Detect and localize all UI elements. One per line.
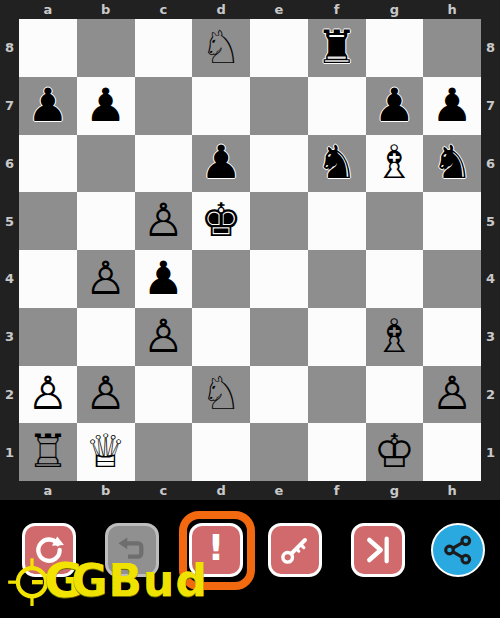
square-c1[interactable] [135, 423, 193, 481]
undo-icon [116, 534, 148, 566]
black-king: ♚ [201, 197, 242, 243]
square-b4[interactable]: ♙ [77, 250, 135, 308]
square-f4[interactable] [308, 250, 366, 308]
square-e3[interactable] [250, 308, 308, 366]
square-f2[interactable] [308, 366, 366, 424]
skip-forward-icon [362, 534, 394, 566]
white-pawn: ♙ [85, 370, 126, 416]
file-labels-top: a b c d e f g h [19, 0, 481, 19]
file-label: g [366, 481, 424, 500]
black-pawn: ♟ [374, 82, 415, 128]
skip-to-end-button[interactable] [351, 523, 405, 577]
square-d5[interactable]: ♚ [192, 192, 250, 250]
square-f1[interactable] [308, 423, 366, 481]
square-b3[interactable] [77, 308, 135, 366]
white-knight: ♘ [201, 24, 242, 70]
file-label: f [308, 481, 366, 500]
white-bishop: ♗ [374, 313, 415, 359]
square-c2[interactable] [135, 366, 193, 424]
square-b2[interactable]: ♙ [77, 366, 135, 424]
file-label: d [192, 481, 250, 500]
rank-label: 2 [0, 366, 19, 424]
square-d4[interactable] [192, 250, 250, 308]
square-b1[interactable]: ♕ [77, 423, 135, 481]
chess-board-frame: a b c d e f g h 8 7 6 5 4 3 2 1 ♘♜♟♟♟♟♟♞… [0, 0, 500, 500]
square-a5[interactable] [19, 192, 77, 250]
square-f6[interactable]: ♞ [308, 135, 366, 193]
rank-label: 3 [0, 308, 19, 366]
square-e6[interactable] [250, 135, 308, 193]
square-c3[interactable]: ♙ [135, 308, 193, 366]
rank-label: 8 [481, 19, 500, 77]
hint-button[interactable]: ! [189, 523, 243, 577]
white-pawn: ♙ [85, 255, 126, 301]
rank-label: 8 [0, 19, 19, 77]
black-pawn: ♟ [143, 255, 184, 301]
square-c5[interactable]: ♙ [135, 192, 193, 250]
square-e7[interactable] [250, 77, 308, 135]
white-queen: ♕ [85, 428, 126, 474]
rank-label: 2 [481, 366, 500, 424]
rank-labels-left: 8 7 6 5 4 3 2 1 [0, 19, 19, 481]
square-e4[interactable] [250, 250, 308, 308]
undo-button [105, 523, 159, 577]
square-c4[interactable]: ♟ [135, 250, 193, 308]
square-g6[interactable]: ♗ [366, 135, 424, 193]
rank-label: 6 [0, 135, 19, 193]
file-label: c [135, 0, 193, 19]
file-label: f [308, 0, 366, 19]
white-knight: ♘ [201, 370, 242, 416]
rank-label: 6 [481, 135, 500, 193]
square-b7[interactable]: ♟ [77, 77, 135, 135]
redo-icon [33, 534, 65, 566]
rank-labels-right: 8 7 6 5 4 3 2 1 [481, 19, 500, 481]
square-h3[interactable] [423, 308, 481, 366]
rank-label: 7 [481, 77, 500, 135]
black-pawn: ♟ [27, 82, 68, 128]
square-a1[interactable]: ♖ [19, 423, 77, 481]
file-label: b [77, 0, 135, 19]
square-b8[interactable] [77, 19, 135, 77]
file-labels-bottom: a b c d e f g h [19, 481, 481, 500]
file-label: d [192, 0, 250, 19]
square-a6[interactable] [19, 135, 77, 193]
file-label: h [423, 481, 481, 500]
share-button[interactable] [431, 523, 485, 577]
square-b5[interactable] [77, 192, 135, 250]
square-f3[interactable] [308, 308, 366, 366]
key-icon [279, 534, 311, 566]
file-label: h [423, 0, 481, 19]
black-pawn: ♟ [432, 82, 473, 128]
square-a2[interactable]: ♙ [19, 366, 77, 424]
rank-label: 1 [0, 423, 19, 481]
square-h5[interactable] [423, 192, 481, 250]
file-label: b [77, 481, 135, 500]
square-a7[interactable]: ♟ [19, 77, 77, 135]
square-d3[interactable] [192, 308, 250, 366]
square-d7[interactable] [192, 77, 250, 135]
square-a4[interactable] [19, 250, 77, 308]
white-pawn: ♙ [27, 370, 68, 416]
black-pawn: ♟ [201, 139, 242, 185]
square-e1[interactable] [250, 423, 308, 481]
square-a8[interactable] [19, 19, 77, 77]
white-rook: ♖ [27, 428, 68, 474]
square-d8[interactable]: ♘ [192, 19, 250, 77]
rank-label: 3 [481, 308, 500, 366]
black-rook: ♜ [316, 24, 357, 70]
square-g5[interactable] [366, 192, 424, 250]
square-d2[interactable]: ♘ [192, 366, 250, 424]
rank-label: 1 [481, 423, 500, 481]
square-g2[interactable] [366, 366, 424, 424]
file-label: e [250, 481, 308, 500]
square-e5[interactable] [250, 192, 308, 250]
square-c7[interactable] [135, 77, 193, 135]
file-label: a [19, 481, 77, 500]
rank-label: 5 [481, 192, 500, 250]
white-pawn: ♙ [143, 313, 184, 359]
square-b6[interactable] [77, 135, 135, 193]
square-c6[interactable] [135, 135, 193, 193]
black-knight: ♞ [316, 139, 357, 185]
square-g4[interactable] [366, 250, 424, 308]
board: ♘♜♟♟♟♟♟♞♗♞♙♚♙♟♙♗♙♙♘♙♖♕♔ [19, 19, 481, 481]
square-g1[interactable]: ♔ [366, 423, 424, 481]
rank-label: 4 [0, 250, 19, 308]
toolbar: ! G G [0, 500, 500, 618]
square-h4[interactable] [423, 250, 481, 308]
file-label: c [135, 481, 193, 500]
square-e8[interactable] [250, 19, 308, 77]
square-f7[interactable] [308, 77, 366, 135]
square-g8[interactable] [366, 19, 424, 77]
square-h7[interactable]: ♟ [423, 77, 481, 135]
white-pawn: ♙ [432, 370, 473, 416]
rank-label: 4 [481, 250, 500, 308]
white-pawn: ♙ [143, 197, 184, 243]
black-knight: ♞ [432, 139, 473, 185]
square-g3[interactable]: ♗ [366, 308, 424, 366]
retry-button[interactable] [22, 523, 76, 577]
square-g7[interactable]: ♟ [366, 77, 424, 135]
white-king: ♔ [374, 428, 415, 474]
file-label: g [366, 0, 424, 19]
square-d6[interactable]: ♟ [192, 135, 250, 193]
square-h1[interactable] [423, 423, 481, 481]
share-icon [441, 533, 475, 567]
solution-key-button[interactable] [268, 523, 322, 577]
rank-label: 5 [0, 192, 19, 250]
square-d1[interactable] [192, 423, 250, 481]
black-pawn: ♟ [85, 82, 126, 128]
square-f5[interactable] [308, 192, 366, 250]
file-label: a [19, 0, 77, 19]
square-a3[interactable] [19, 308, 77, 366]
square-c8[interactable] [135, 19, 193, 77]
square-h6[interactable]: ♞ [423, 135, 481, 193]
rank-label: 7 [0, 77, 19, 135]
white-bishop: ♗ [374, 139, 415, 185]
exclamation-icon: ! [208, 530, 224, 566]
square-h8[interactable] [423, 19, 481, 77]
square-f8[interactable]: ♜ [308, 19, 366, 77]
file-label: e [250, 0, 308, 19]
square-h2[interactable]: ♙ [423, 366, 481, 424]
square-e2[interactable] [250, 366, 308, 424]
